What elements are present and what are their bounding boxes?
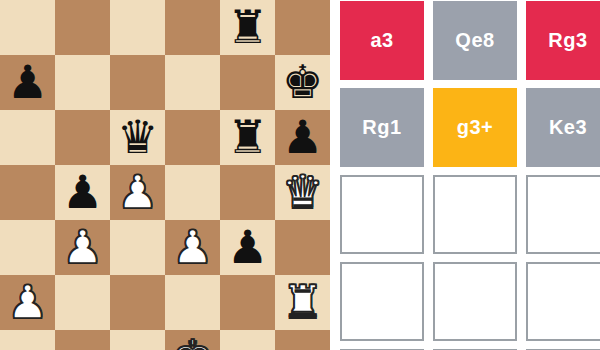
square-d7 — [55, 55, 110, 110]
square-g2 — [220, 330, 275, 350]
black-queen-piece: ♛ — [117, 110, 158, 165]
answer-slot-empty — [433, 175, 517, 254]
answer-button-rg1[interactable]: Rg1 — [340, 88, 424, 167]
square-h6: ♟ — [275, 110, 330, 165]
square-f4: ♟ — [165, 220, 220, 275]
square-c8 — [0, 0, 55, 55]
answer-slot-empty — [526, 262, 600, 341]
square-c6 — [0, 110, 55, 165]
square-h3: ♜ — [275, 275, 330, 330]
square-e7 — [110, 55, 165, 110]
white-pawn-piece: ♟ — [62, 220, 103, 275]
answer-slot-empty — [526, 175, 600, 254]
square-f7 — [165, 55, 220, 110]
white-pawn-piece: ♟ — [117, 165, 158, 220]
square-c5 — [0, 165, 55, 220]
square-e5: ♟ — [110, 165, 165, 220]
answer-grid: a3Qe8Rg3Rg1g3+Ke3 — [340, 1, 600, 350]
square-h8 — [275, 0, 330, 55]
square-d8 — [55, 0, 110, 55]
black-pawn-piece: ♟ — [62, 165, 103, 220]
answer-slot-empty — [433, 262, 517, 341]
square-h5: ♛ — [275, 165, 330, 220]
answer-slot-empty — [340, 262, 424, 341]
square-e2 — [110, 330, 165, 350]
black-pawn-piece: ♟ — [7, 55, 48, 110]
square-f8 — [165, 0, 220, 55]
square-e4 — [110, 220, 165, 275]
square-g4: ♟ — [220, 220, 275, 275]
square-e6: ♛ — [110, 110, 165, 165]
square-e8 — [110, 0, 165, 55]
square-f5 — [165, 165, 220, 220]
black-pawn-piece: ♟ — [282, 110, 323, 165]
square-d4: ♟ — [55, 220, 110, 275]
square-f2: ♚ — [165, 330, 220, 350]
square-g5 — [220, 165, 275, 220]
square-g7 — [220, 55, 275, 110]
answer-button-g3[interactable]: g3+ — [433, 88, 517, 167]
answer-button-ke3[interactable]: Ke3 — [526, 88, 600, 167]
square-d3 — [55, 275, 110, 330]
white-rook-piece: ♜ — [282, 275, 323, 330]
square-d2 — [55, 330, 110, 350]
answer-button-rg3[interactable]: Rg3 — [526, 1, 600, 80]
white-pawn-piece: ♟ — [172, 220, 213, 275]
black-rook-piece: ♜ — [227, 0, 268, 55]
square-g8: ♜ — [220, 0, 275, 55]
square-c7: ♟ — [0, 55, 55, 110]
white-king-piece: ♚ — [172, 330, 213, 350]
square-h2 — [275, 330, 330, 350]
square-g3 — [220, 275, 275, 330]
chess-board: ♜♟♚♛♜♟♟♟♛♟♟♟♟♜♚ — [0, 0, 330, 350]
answer-button-qe8[interactable]: Qe8 — [433, 1, 517, 80]
white-queen-piece: ♛ — [282, 165, 323, 220]
answer-slot-empty — [340, 175, 424, 254]
black-rook-piece: ♜ — [227, 110, 268, 165]
square-c3: ♟ — [0, 275, 55, 330]
square-c4 — [0, 220, 55, 275]
square-g6: ♜ — [220, 110, 275, 165]
square-d5: ♟ — [55, 165, 110, 220]
white-pawn-piece: ♟ — [7, 275, 48, 330]
black-king-piece: ♚ — [282, 55, 323, 110]
black-pawn-piece: ♟ — [227, 220, 268, 275]
square-e3 — [110, 275, 165, 330]
square-d6 — [55, 110, 110, 165]
square-c2 — [0, 330, 55, 350]
square-f6 — [165, 110, 220, 165]
answer-panel: a3Qe8Rg3Rg1g3+Ke3 — [340, 1, 600, 350]
square-h4 — [275, 220, 330, 275]
answer-button-a3[interactable]: a3 — [340, 1, 424, 80]
square-f3 — [165, 275, 220, 330]
square-h7: ♚ — [275, 55, 330, 110]
